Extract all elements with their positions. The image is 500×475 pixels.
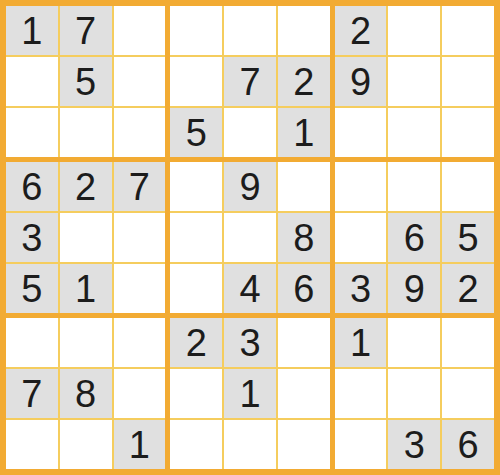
cell-r8c9[interactable]: [442, 369, 494, 418]
cell-r6c1[interactable]: 5: [6, 264, 58, 313]
cell-r2c5[interactable]: 7: [224, 57, 276, 106]
cell-r1c6[interactable]: [278, 6, 330, 55]
cell-r5c4[interactable]: [170, 213, 222, 262]
cell-r4c2[interactable]: 2: [60, 162, 112, 211]
cell-r3c8[interactable]: [388, 108, 440, 157]
cell-r4c1[interactable]: 6: [6, 162, 58, 211]
cell-r4c5[interactable]: 9: [224, 162, 276, 211]
cell-r5c2[interactable]: [60, 213, 112, 262]
cell-r5c6[interactable]: 8: [278, 213, 330, 262]
cell-r6c5[interactable]: 4: [224, 264, 276, 313]
cell-r1c1[interactable]: 1: [6, 6, 58, 55]
cell-r5c8[interactable]: 6: [388, 213, 440, 262]
sudoku-box-3-2: 231: [170, 318, 329, 469]
cell-r9c9[interactable]: 6: [442, 420, 494, 469]
cell-r7c4[interactable]: 2: [170, 318, 222, 367]
cell-r4c7[interactable]: [335, 162, 387, 211]
cell-r1c8[interactable]: [388, 6, 440, 55]
cell-r3c1[interactable]: [6, 108, 58, 157]
cell-r2c1[interactable]: [6, 57, 58, 106]
cell-r1c2[interactable]: 7: [60, 6, 112, 55]
sudoku-box-2-2: 9846: [170, 162, 329, 313]
sudoku-box-2-3: 65392: [335, 162, 494, 313]
cell-r3c2[interactable]: [60, 108, 112, 157]
cell-r6c3[interactable]: [114, 264, 166, 313]
cell-r5c3[interactable]: [114, 213, 166, 262]
cell-r3c6[interactable]: 1: [278, 108, 330, 157]
sudoku-box-2-1: 627351: [6, 162, 165, 313]
cell-r6c9[interactable]: 2: [442, 264, 494, 313]
cell-r2c4[interactable]: [170, 57, 222, 106]
sudoku-box-1-2: 7251: [170, 6, 329, 157]
cell-r6c7[interactable]: 3: [335, 264, 387, 313]
cell-r2c3[interactable]: [114, 57, 166, 106]
cell-r2c8[interactable]: [388, 57, 440, 106]
cell-r8c2[interactable]: 8: [60, 369, 112, 418]
cell-r5c9[interactable]: 5: [442, 213, 494, 262]
cell-r7c1[interactable]: [6, 318, 58, 367]
cell-r9c8[interactable]: 3: [388, 420, 440, 469]
sudoku-box-3-3: 136: [335, 318, 494, 469]
cell-r7c8[interactable]: [388, 318, 440, 367]
cell-r4c4[interactable]: [170, 162, 222, 211]
cell-r3c5[interactable]: [224, 108, 276, 157]
cell-r1c5[interactable]: [224, 6, 276, 55]
cell-r6c8[interactable]: 9: [388, 264, 440, 313]
cell-r2c2[interactable]: 5: [60, 57, 112, 106]
cell-r5c7[interactable]: [335, 213, 387, 262]
cell-r8c8[interactable]: [388, 369, 440, 418]
cell-r7c6[interactable]: [278, 318, 330, 367]
sudoku-box-1-1: 175: [6, 6, 165, 157]
cell-r4c9[interactable]: [442, 162, 494, 211]
cell-r4c8[interactable]: [388, 162, 440, 211]
cell-r9c1[interactable]: [6, 420, 58, 469]
cell-r8c5[interactable]: 1: [224, 369, 276, 418]
cell-r1c4[interactable]: [170, 6, 222, 55]
sudoku-board: 175725129627351984665392781231136: [0, 0, 500, 475]
cell-r3c7[interactable]: [335, 108, 387, 157]
cell-r2c7[interactable]: 9: [335, 57, 387, 106]
cell-r2c6[interactable]: 2: [278, 57, 330, 106]
cell-r5c5[interactable]: [224, 213, 276, 262]
cell-r6c4[interactable]: [170, 264, 222, 313]
cell-r7c2[interactable]: [60, 318, 112, 367]
cell-r1c9[interactable]: [442, 6, 494, 55]
cell-r8c3[interactable]: [114, 369, 166, 418]
cell-r9c6[interactable]: [278, 420, 330, 469]
cell-r9c2[interactable]: [60, 420, 112, 469]
sudoku-box-1-3: 29: [335, 6, 494, 157]
cell-r8c6[interactable]: [278, 369, 330, 418]
cell-r2c9[interactable]: [442, 57, 494, 106]
cell-r6c6[interactable]: 6: [278, 264, 330, 313]
cell-r1c7[interactable]: 2: [335, 6, 387, 55]
cell-r7c9[interactable]: [442, 318, 494, 367]
cell-r7c5[interactable]: 3: [224, 318, 276, 367]
cell-r9c4[interactable]: [170, 420, 222, 469]
cell-r5c1[interactable]: 3: [6, 213, 58, 262]
cell-r6c2[interactable]: 1: [60, 264, 112, 313]
cell-r3c4[interactable]: 5: [170, 108, 222, 157]
cell-r9c5[interactable]: [224, 420, 276, 469]
cell-r3c9[interactable]: [442, 108, 494, 157]
cell-r8c4[interactable]: [170, 369, 222, 418]
cell-r4c3[interactable]: 7: [114, 162, 166, 211]
sudoku-box-3-1: 781: [6, 318, 165, 469]
cell-r7c3[interactable]: [114, 318, 166, 367]
cell-r3c3[interactable]: [114, 108, 166, 157]
cell-r8c1[interactable]: 7: [6, 369, 58, 418]
cell-r1c3[interactable]: [114, 6, 166, 55]
cell-r4c6[interactable]: [278, 162, 330, 211]
cell-r7c7[interactable]: 1: [335, 318, 387, 367]
cell-r9c7[interactable]: [335, 420, 387, 469]
cell-r8c7[interactable]: [335, 369, 387, 418]
cell-r9c3[interactable]: 1: [114, 420, 166, 469]
